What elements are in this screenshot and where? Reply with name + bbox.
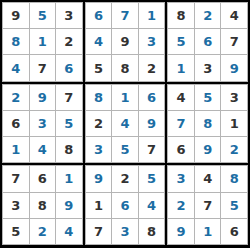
cell-r9c1[interactable]: 5 — [3, 219, 29, 244]
cell-r6c3[interactable]: 8 — [56, 137, 82, 162]
cell-r2c7[interactable]: 5 — [168, 29, 194, 54]
cell-r4c7[interactable]: 4 — [168, 85, 194, 110]
cell-r3c9[interactable]: 9 — [221, 55, 247, 80]
sudoku-box-5: 816249357 — [85, 84, 166, 164]
cell-r4c9[interactable]: 3 — [221, 85, 247, 110]
cell-r9c2[interactable]: 2 — [30, 219, 56, 244]
cell-r4c4[interactable]: 8 — [86, 85, 112, 110]
cell-r6c7[interactable]: 6 — [168, 137, 194, 162]
cell-r7c6[interactable]: 5 — [139, 166, 165, 191]
cell-r8c9[interactable]: 5 — [221, 193, 247, 218]
cell-r4c6[interactable]: 6 — [139, 85, 165, 110]
cell-r7c8[interactable]: 4 — [195, 166, 221, 191]
cell-r1c6[interactable]: 1 — [139, 3, 165, 28]
cell-r2c9[interactable]: 7 — [221, 29, 247, 54]
cell-r2c8[interactable]: 6 — [195, 29, 221, 54]
cell-r4c3[interactable]: 7 — [56, 85, 82, 110]
cell-r8c8[interactable]: 7 — [195, 193, 221, 218]
sudoku-box-3: 824567139 — [167, 2, 248, 82]
cell-r5c4[interactable]: 2 — [86, 111, 112, 136]
cell-r7c1[interactable]: 7 — [3, 166, 29, 191]
cell-r7c4[interactable]: 9 — [86, 166, 112, 191]
cell-r2c5[interactable]: 9 — [112, 29, 138, 54]
cell-r7c7[interactable]: 3 — [168, 166, 194, 191]
cell-r6c9[interactable]: 2 — [221, 137, 247, 162]
cell-r9c9[interactable]: 6 — [221, 219, 247, 244]
cell-r6c6[interactable]: 7 — [139, 137, 165, 162]
cell-r8c4[interactable]: 1 — [86, 193, 112, 218]
cell-r8c3[interactable]: 9 — [56, 193, 82, 218]
cell-r5c9[interactable]: 1 — [221, 111, 247, 136]
cell-r4c1[interactable]: 2 — [3, 85, 29, 110]
cell-r3c1[interactable]: 4 — [3, 55, 29, 80]
cell-r8c2[interactable]: 8 — [30, 193, 56, 218]
cell-r6c1[interactable]: 1 — [3, 137, 29, 162]
cell-r2c2[interactable]: 1 — [30, 29, 56, 54]
sudoku-box-7: 761389524 — [2, 165, 83, 245]
cell-r4c8[interactable]: 5 — [195, 85, 221, 110]
cell-r2c6[interactable]: 3 — [139, 29, 165, 54]
cell-r6c5[interactable]: 5 — [112, 137, 138, 162]
cell-r2c4[interactable]: 4 — [86, 29, 112, 54]
cell-r1c5[interactable]: 7 — [112, 3, 138, 28]
cell-r1c9[interactable]: 4 — [221, 3, 247, 28]
cell-r7c2[interactable]: 6 — [30, 166, 56, 191]
cell-r9c6[interactable]: 8 — [139, 219, 165, 244]
sudoku-box-4: 297635148 — [2, 84, 83, 164]
cell-r3c3[interactable]: 6 — [56, 55, 82, 80]
cell-r3c4[interactable]: 5 — [86, 55, 112, 80]
cell-r8c5[interactable]: 6 — [112, 193, 138, 218]
cell-r1c3[interactable]: 3 — [56, 3, 82, 28]
cell-r2c1[interactable]: 8 — [3, 29, 29, 54]
cell-r5c5[interactable]: 4 — [112, 111, 138, 136]
cell-r4c5[interactable]: 1 — [112, 85, 138, 110]
cell-r6c8[interactable]: 9 — [195, 137, 221, 162]
cell-r9c8[interactable]: 1 — [195, 219, 221, 244]
cell-r9c5[interactable]: 3 — [112, 219, 138, 244]
sudoku-box-1: 953812476 — [2, 2, 83, 82]
sudoku-box-6: 453781692 — [167, 84, 248, 164]
cell-r5c8[interactable]: 8 — [195, 111, 221, 136]
cell-r3c2[interactable]: 7 — [30, 55, 56, 80]
cell-r6c2[interactable]: 4 — [30, 137, 56, 162]
cell-r7c3[interactable]: 1 — [56, 166, 82, 191]
cell-r9c3[interactable]: 4 — [56, 219, 82, 244]
cell-r3c5[interactable]: 8 — [112, 55, 138, 80]
cell-r8c6[interactable]: 4 — [139, 193, 165, 218]
cell-r3c6[interactable]: 2 — [139, 55, 165, 80]
cell-r6c4[interactable]: 3 — [86, 137, 112, 162]
cell-r5c2[interactable]: 3 — [30, 111, 56, 136]
cell-r4c2[interactable]: 9 — [30, 85, 56, 110]
sudoku-box-9: 348275916 — [167, 165, 248, 245]
cell-r7c5[interactable]: 2 — [112, 166, 138, 191]
cell-r1c7[interactable]: 8 — [168, 3, 194, 28]
cell-r5c7[interactable]: 7 — [168, 111, 194, 136]
cell-r5c3[interactable]: 5 — [56, 111, 82, 136]
sudoku-box-8: 925164738 — [85, 165, 166, 245]
cell-r8c7[interactable]: 2 — [168, 193, 194, 218]
cell-r1c1[interactable]: 9 — [3, 3, 29, 28]
cell-r5c1[interactable]: 6 — [3, 111, 29, 136]
cell-r1c8[interactable]: 2 — [195, 3, 221, 28]
cell-r2c3[interactable]: 2 — [56, 29, 82, 54]
cell-r5c6[interactable]: 9 — [139, 111, 165, 136]
cell-r9c4[interactable]: 7 — [86, 219, 112, 244]
cell-r1c2[interactable]: 5 — [30, 3, 56, 28]
sudoku-box-2: 671493582 — [85, 2, 166, 82]
sudoku-board: 9538124766714935828245671392976351488162… — [0, 0, 250, 248]
cell-r9c7[interactable]: 9 — [168, 219, 194, 244]
cell-r1c4[interactable]: 6 — [86, 3, 112, 28]
cell-r3c8[interactable]: 3 — [195, 55, 221, 80]
cell-r8c1[interactable]: 3 — [3, 193, 29, 218]
cell-r7c9[interactable]: 8 — [221, 166, 247, 191]
cell-r3c7[interactable]: 1 — [168, 55, 194, 80]
